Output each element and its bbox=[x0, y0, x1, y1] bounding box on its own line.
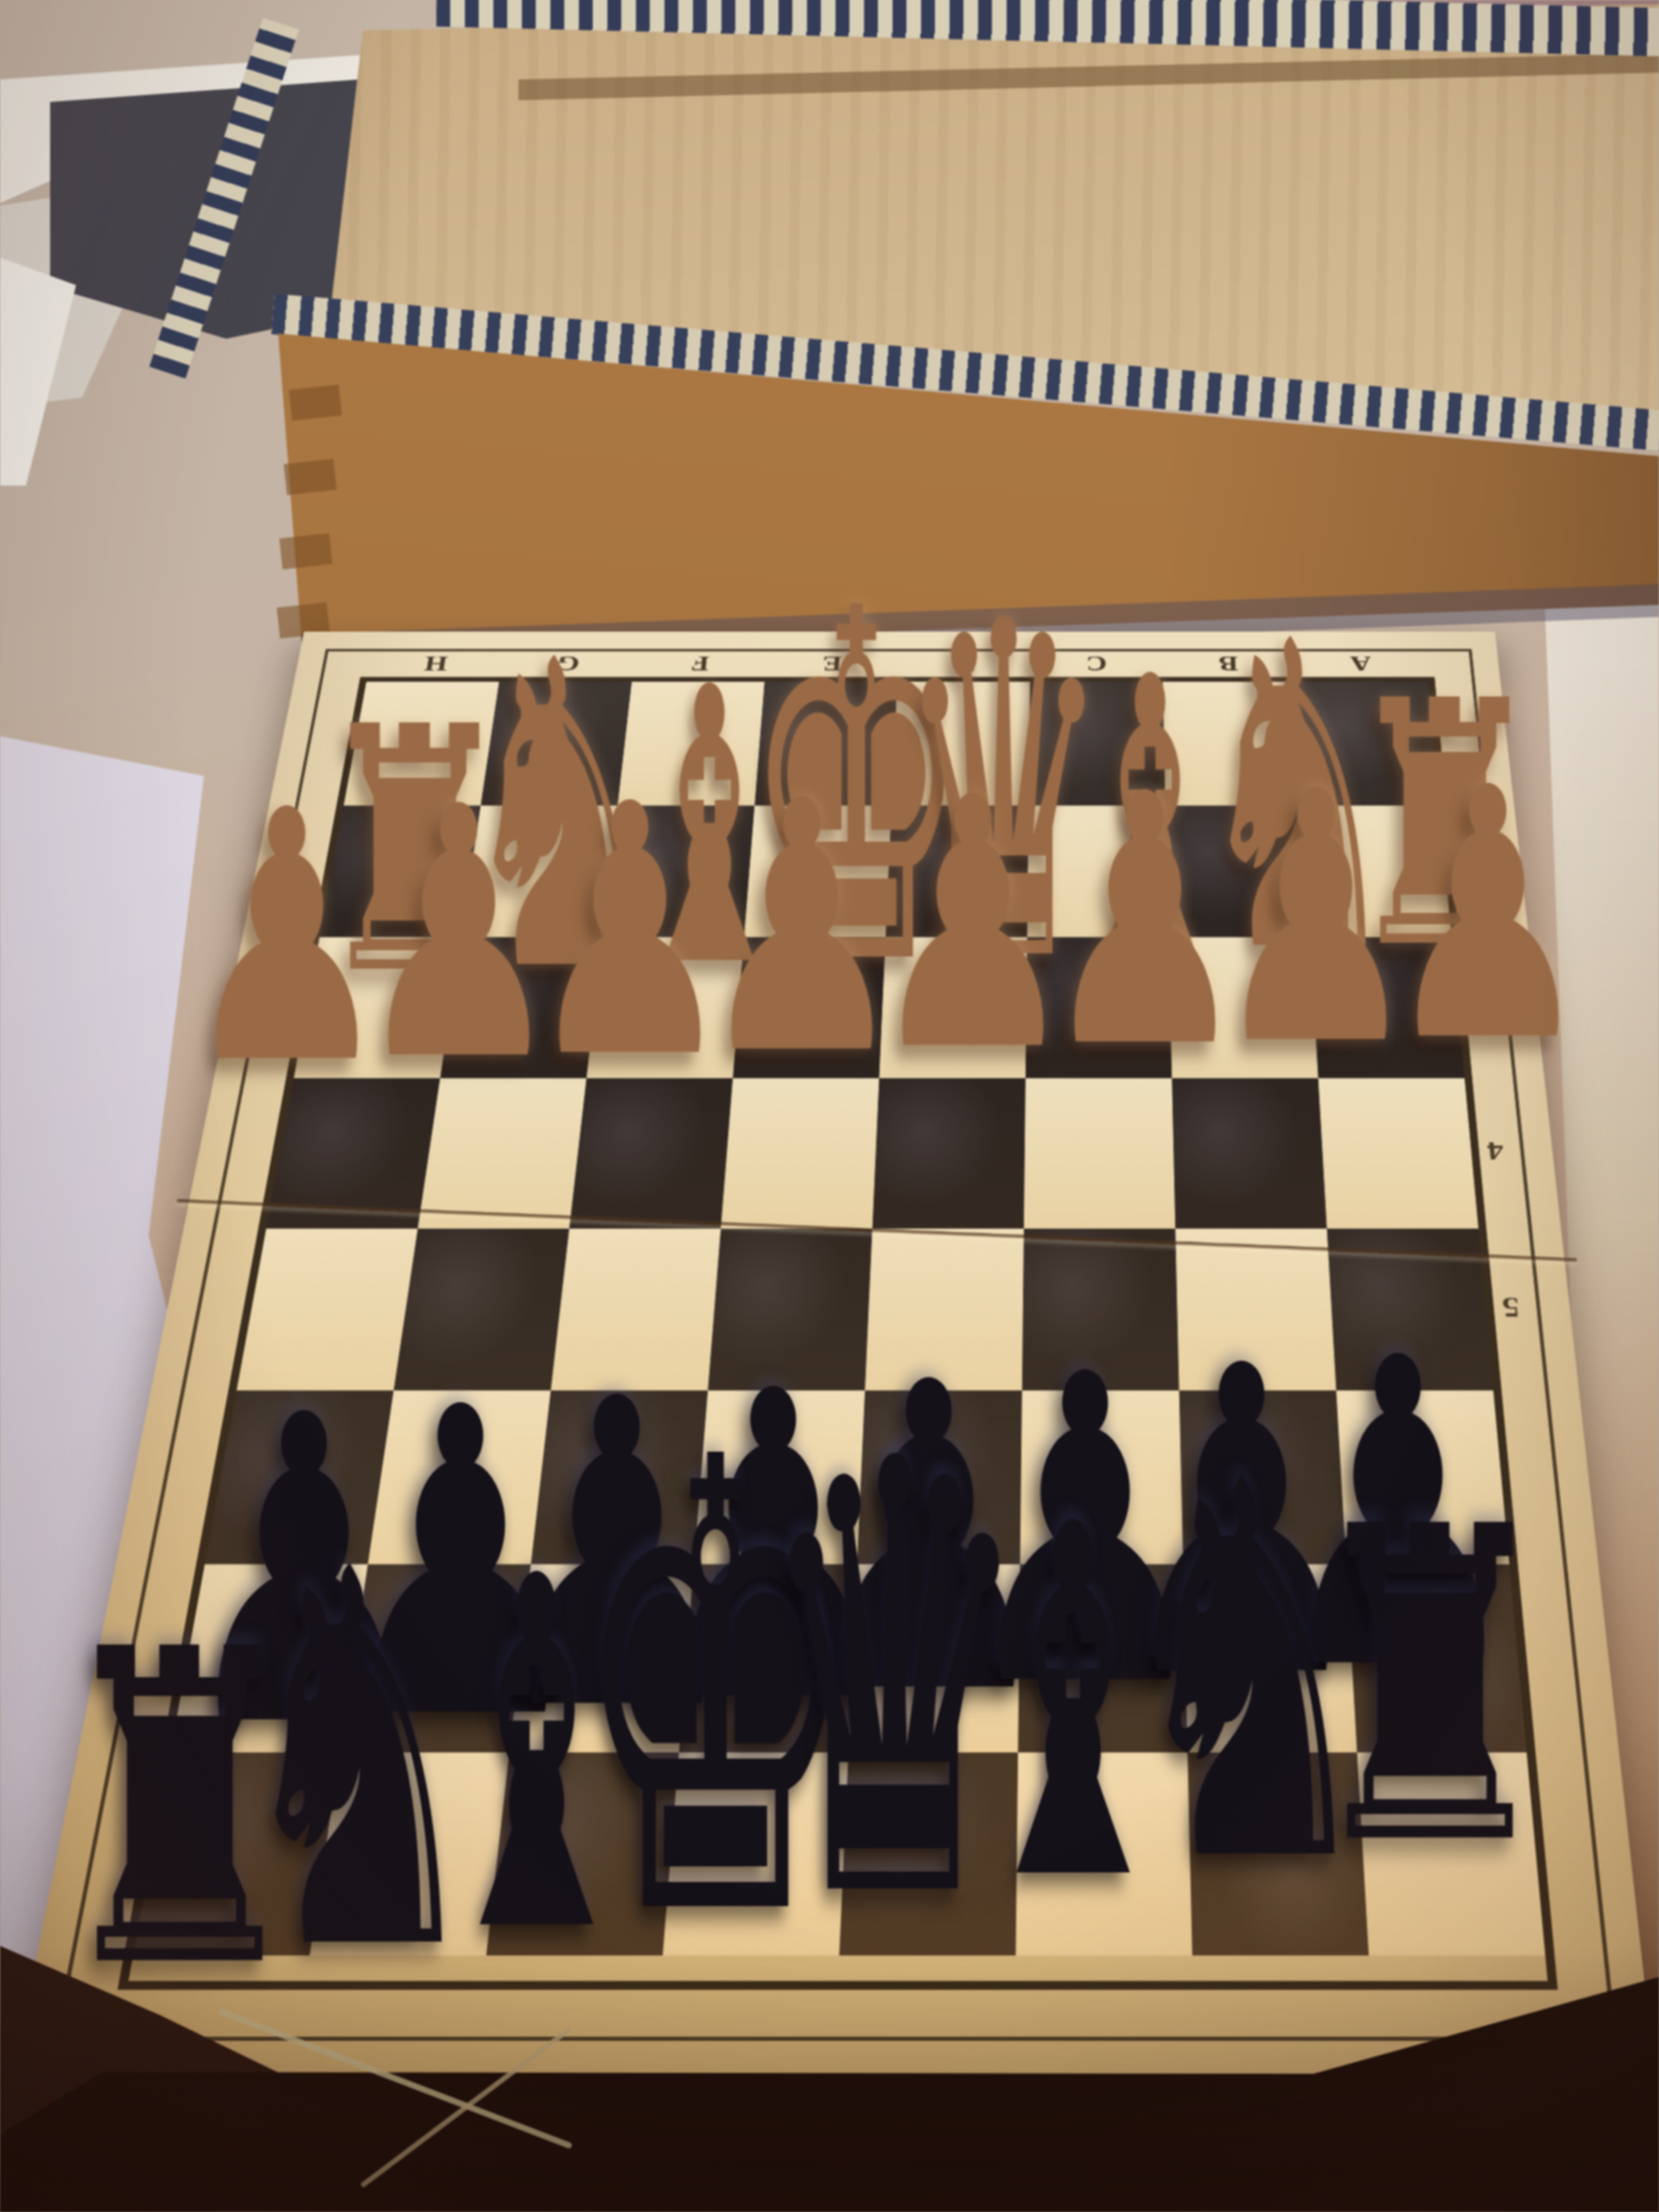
square-d6 bbox=[857, 1390, 1022, 1564]
square-h7 bbox=[170, 1564, 368, 1751]
square-e1 bbox=[754, 682, 897, 805]
square-h2 bbox=[320, 805, 480, 937]
square-a1 bbox=[1295, 682, 1440, 805]
square-b3 bbox=[1168, 938, 1318, 1078]
square-b1 bbox=[1163, 682, 1303, 805]
square-e5 bbox=[708, 1229, 872, 1390]
file-label-a: A bbox=[1340, 652, 1380, 675]
photo-scene: HGFEDCBA 2345 ♜♞♝♚♛♝♞♜♟♟♟♟♟♟♟♟♟♟♟♟♟♟♟♟♜♞… bbox=[0, 0, 1659, 2212]
square-c1 bbox=[1028, 682, 1166, 805]
square-a6 bbox=[1336, 1390, 1509, 1564]
file-label-d: D bbox=[944, 652, 983, 675]
square-b7 bbox=[1183, 1564, 1357, 1751]
square-d4 bbox=[873, 1077, 1026, 1228]
dovetail-joint bbox=[279, 533, 332, 569]
square-f8 bbox=[486, 1752, 679, 1955]
square-f6 bbox=[531, 1390, 708, 1564]
square-g4 bbox=[417, 1077, 586, 1228]
square-a4 bbox=[1319, 1077, 1478, 1228]
square-b4 bbox=[1172, 1077, 1326, 1228]
square-b8 bbox=[1187, 1752, 1369, 1955]
square-a8 bbox=[1357, 1752, 1546, 1955]
square-g8 bbox=[309, 1752, 509, 1955]
square-g3 bbox=[440, 938, 602, 1078]
square-a7 bbox=[1346, 1564, 1527, 1751]
square-f4 bbox=[569, 1077, 733, 1228]
square-d2 bbox=[886, 805, 1028, 937]
square-c4 bbox=[1024, 1077, 1175, 1228]
square-d5 bbox=[865, 1229, 1024, 1390]
dovetail-joint bbox=[283, 459, 336, 495]
board-squares-grid bbox=[133, 682, 1545, 1955]
file-label-h: H bbox=[415, 652, 456, 675]
square-e4 bbox=[721, 1077, 879, 1228]
square-c3 bbox=[1026, 938, 1172, 1078]
file-label-b: B bbox=[1209, 652, 1248, 675]
square-e3 bbox=[733, 938, 886, 1078]
square-f2 bbox=[602, 805, 754, 937]
square-g5 bbox=[394, 1229, 569, 1390]
square-d1 bbox=[892, 682, 1030, 805]
square-c8 bbox=[1016, 1752, 1192, 1955]
square-b2 bbox=[1166, 805, 1310, 937]
square-d7 bbox=[849, 1564, 1020, 1751]
square-h3 bbox=[294, 938, 461, 1078]
file-label-e: E bbox=[812, 652, 852, 675]
square-b6 bbox=[1179, 1390, 1346, 1564]
square-a2 bbox=[1302, 805, 1452, 937]
square-b5 bbox=[1175, 1229, 1336, 1390]
rank-label-5: 5 bbox=[1487, 1291, 1535, 1323]
square-f1 bbox=[618, 682, 765, 805]
square-f7 bbox=[510, 1564, 695, 1751]
rank-label-3: 3 bbox=[1459, 992, 1503, 1020]
file-label-c: C bbox=[1077, 652, 1116, 675]
square-g1 bbox=[480, 682, 632, 805]
square-d8 bbox=[839, 1752, 1018, 1955]
square-c5 bbox=[1022, 1229, 1179, 1390]
square-e6 bbox=[694, 1390, 865, 1564]
rank-label-4: 4 bbox=[1472, 1136, 1518, 1166]
rank-label-2: 2 bbox=[1446, 856, 1489, 882]
square-c7 bbox=[1018, 1564, 1187, 1751]
square-g6 bbox=[368, 1390, 551, 1564]
square-h8 bbox=[133, 1752, 340, 1955]
square-d3 bbox=[879, 938, 1027, 1078]
square-h1 bbox=[344, 682, 499, 805]
square-c2 bbox=[1027, 805, 1169, 937]
file-label-f: F bbox=[680, 652, 721, 675]
square-h6 bbox=[205, 1390, 394, 1564]
square-f3 bbox=[587, 938, 744, 1078]
square-g7 bbox=[340, 1564, 531, 1751]
square-e7 bbox=[679, 1564, 857, 1751]
square-a3 bbox=[1310, 938, 1465, 1078]
square-g2 bbox=[461, 805, 618, 937]
square-c6 bbox=[1020, 1390, 1184, 1564]
dovetail-joint bbox=[289, 385, 341, 421]
square-e8 bbox=[663, 1752, 849, 1955]
file-label-g: G bbox=[547, 652, 588, 675]
square-f5 bbox=[550, 1229, 721, 1390]
square-h5 bbox=[237, 1229, 418, 1390]
square-e2 bbox=[744, 805, 892, 937]
